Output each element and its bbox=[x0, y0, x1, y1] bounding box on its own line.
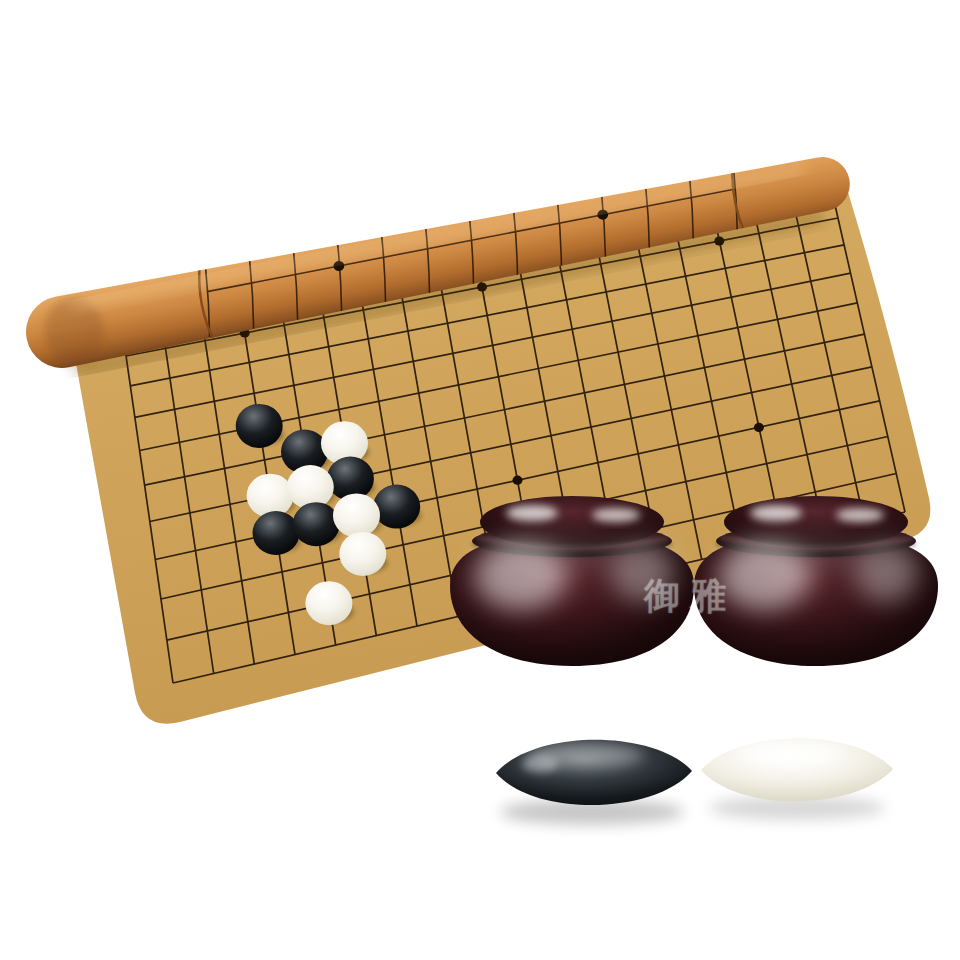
sample-stone-black bbox=[496, 740, 692, 825]
sample-stone-white bbox=[701, 738, 893, 820]
lid-highlight bbox=[592, 508, 640, 522]
stone-highlight bbox=[522, 755, 558, 773]
black-stone bbox=[253, 511, 300, 555]
star-point bbox=[754, 423, 764, 432]
body-highlight bbox=[732, 536, 872, 568]
white-stone bbox=[305, 581, 352, 625]
black-stone bbox=[236, 404, 283, 448]
white-stone bbox=[247, 474, 294, 518]
scene-canvas bbox=[0, 0, 960, 960]
star-point bbox=[513, 476, 523, 485]
go-set-product-photo: 御雅 bbox=[0, 0, 960, 960]
stone-highlight bbox=[736, 743, 846, 765]
body-highlight bbox=[488, 536, 628, 568]
stone-bowl-right bbox=[694, 496, 938, 666]
black-stone bbox=[293, 502, 340, 546]
white-stone bbox=[339, 532, 386, 576]
white-stone bbox=[333, 493, 380, 537]
lid-highlight bbox=[506, 505, 558, 521]
white-stone bbox=[287, 465, 334, 509]
stone-bowl-left bbox=[450, 496, 694, 666]
lid-highlight bbox=[836, 508, 884, 522]
lid-highlight bbox=[750, 505, 802, 521]
